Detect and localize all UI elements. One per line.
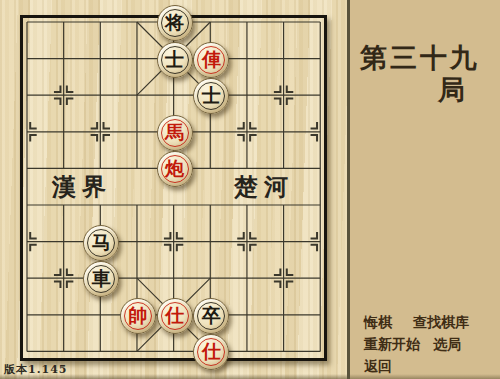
piece-black-chariot[interactable]: 車: [83, 261, 119, 297]
menu-item-select-game[interactable]: 选局: [433, 333, 461, 355]
piece-red-general[interactable]: 帥: [120, 298, 156, 334]
piece-character: 仕: [158, 299, 192, 333]
river-label-han-border: 漢界: [34, 173, 130, 201]
piece-black-advisor-1[interactable]: 士: [157, 42, 193, 78]
piece-character: 士: [194, 79, 228, 113]
piece-character: 士: [158, 43, 192, 77]
app-window: 漢界 楚河 将士俥士馬炮马車帥仕卒仕 版本1.145 第三十九 局 悔棋 查找棋…: [0, 0, 500, 379]
piece-character: 帥: [121, 299, 155, 333]
piece-red-cannon[interactable]: 炮: [157, 151, 193, 187]
piece-character: 仕: [194, 335, 228, 369]
piece-red-chariot[interactable]: 俥: [193, 42, 229, 78]
menu-item-search-library[interactable]: 查找棋库: [413, 311, 469, 333]
piece-black-general[interactable]: 将: [157, 5, 193, 41]
piece-black-soldier[interactable]: 卒: [193, 298, 229, 334]
menu-item-restart[interactable]: 重新开始: [364, 333, 420, 355]
piece-character: 俥: [194, 43, 228, 77]
piece-character: 馬: [158, 116, 192, 150]
piece-character: 马: [84, 226, 118, 260]
game-menu: 悔棋 查找棋库 重新开始 选局 返回: [364, 311, 469, 377]
piece-red-horse[interactable]: 馬: [157, 115, 193, 151]
piece-red-advisor-2[interactable]: 仕: [193, 334, 229, 370]
version-label: 版本1.145: [4, 362, 67, 377]
puzzle-title-line1: 第三十九: [360, 42, 480, 74]
river-label-chu-river: 楚河: [216, 173, 312, 201]
menu-item-back[interactable]: 返回: [364, 355, 392, 377]
puzzle-title: 第三十九 局: [360, 42, 480, 106]
piece-character: 炮: [158, 152, 192, 186]
piece-black-advisor-2[interactable]: 士: [193, 78, 229, 114]
piece-character: 車: [84, 262, 118, 296]
menu-item-undo[interactable]: 悔棋: [364, 311, 392, 333]
puzzle-title-line2: 局: [360, 74, 480, 106]
board-plank: 漢界 楚河 将士俥士馬炮马車帥仕卒仕 版本1.145: [0, 0, 350, 379]
piece-red-advisor-1[interactable]: 仕: [157, 298, 193, 334]
piece-character: 将: [158, 6, 192, 40]
side-panel: 第三十九 局 悔棋 查找棋库 重新开始 选局 返回: [350, 0, 500, 379]
piece-character: 卒: [194, 299, 228, 333]
piece-black-horse[interactable]: 马: [83, 225, 119, 261]
